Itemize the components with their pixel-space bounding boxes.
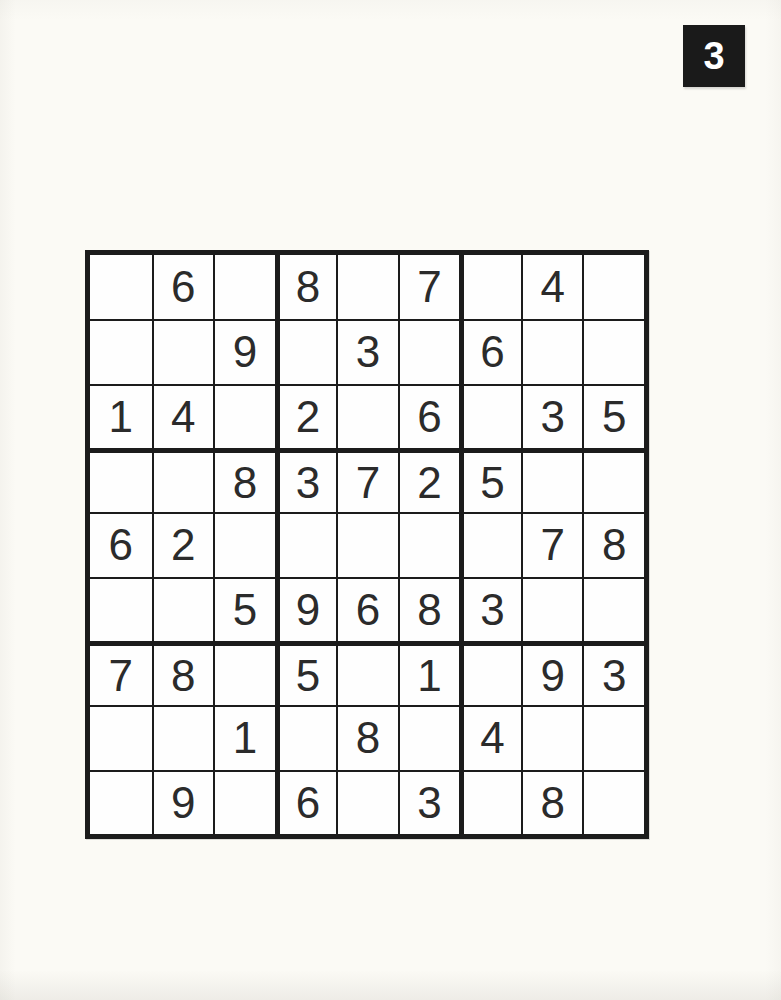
sudoku-cell-r8c5[interactable]: 8	[336, 705, 398, 769]
sudoku-cell-r3c9[interactable]: 5	[582, 384, 644, 448]
sudoku-cell-r8c1[interactable]	[90, 705, 152, 769]
sudoku-cell-r4c3[interactable]: 8	[213, 448, 275, 512]
sudoku-cell-r1c4[interactable]: 8	[275, 255, 337, 319]
sudoku-cell-r3c3[interactable]	[213, 384, 275, 448]
sudoku-cell-r5c6[interactable]	[398, 512, 460, 576]
sudoku-cell-r7c8[interactable]: 9	[521, 641, 583, 705]
sudoku-cell-r7c6[interactable]: 1	[398, 641, 460, 705]
sudoku-cell-r7c7[interactable]	[459, 641, 521, 705]
sudoku-cell-r5c9[interactable]: 8	[582, 512, 644, 576]
sudoku-cell-r2c5[interactable]: 3	[336, 319, 398, 383]
sudoku-cell-r3c5[interactable]	[336, 384, 398, 448]
sudoku-cell-r3c8[interactable]: 3	[521, 384, 583, 448]
sudoku-cell-r6c2[interactable]	[152, 577, 214, 641]
sudoku-cell-r5c7[interactable]	[459, 512, 521, 576]
sudoku-cell-r1c5[interactable]	[336, 255, 398, 319]
sudoku-cell-r6c3[interactable]: 5	[213, 577, 275, 641]
sudoku-cell-r6c1[interactable]	[90, 577, 152, 641]
sudoku-cell-r4c1[interactable]	[90, 448, 152, 512]
sudoku-cell-r9c3[interactable]	[213, 770, 275, 834]
sudoku-cell-r8c8[interactable]	[521, 705, 583, 769]
sudoku-cell-r2c1[interactable]	[90, 319, 152, 383]
sudoku-cell-r1c6[interactable]: 7	[398, 255, 460, 319]
sudoku-cell-r1c1[interactable]	[90, 255, 152, 319]
sudoku-cell-r5c8[interactable]: 7	[521, 512, 583, 576]
sudoku-cell-r9c5[interactable]	[336, 770, 398, 834]
sudoku-cell-r4c8[interactable]	[521, 448, 583, 512]
sudoku-cell-r5c1[interactable]: 6	[90, 512, 152, 576]
sudoku-cell-r2c9[interactable]	[582, 319, 644, 383]
puzzle-number: 3	[703, 35, 724, 78]
sudoku-cell-r9c7[interactable]	[459, 770, 521, 834]
sudoku-cell-r2c2[interactable]	[152, 319, 214, 383]
sudoku-cell-r2c8[interactable]	[521, 319, 583, 383]
sudoku-cell-r7c1[interactable]: 7	[90, 641, 152, 705]
sudoku-cell-r8c4[interactable]	[275, 705, 337, 769]
sudoku-cell-r9c9[interactable]	[582, 770, 644, 834]
sudoku-cell-r7c2[interactable]: 8	[152, 641, 214, 705]
sudoku-cell-r6c8[interactable]	[521, 577, 583, 641]
sudoku-cell-r7c9[interactable]: 3	[582, 641, 644, 705]
sudoku-cell-r6c9[interactable]	[582, 577, 644, 641]
sudoku-cell-r5c5[interactable]	[336, 512, 398, 576]
sudoku-cell-r4c9[interactable]	[582, 448, 644, 512]
sudoku-cell-r4c2[interactable]	[152, 448, 214, 512]
sudoku-cell-r8c7[interactable]: 4	[459, 705, 521, 769]
sudoku-cell-r8c2[interactable]	[152, 705, 214, 769]
sudoku-cell-r2c7[interactable]: 6	[459, 319, 521, 383]
sudoku-cell-r4c4[interactable]: 3	[275, 448, 337, 512]
sudoku-cell-r6c5[interactable]: 6	[336, 577, 398, 641]
sudoku-cell-r9c8[interactable]: 8	[521, 770, 583, 834]
sudoku-cell-r2c3[interactable]: 9	[213, 319, 275, 383]
sudoku-cell-r1c3[interactable]	[213, 255, 275, 319]
sudoku-cell-r8c6[interactable]	[398, 705, 460, 769]
sudoku-board: 6874936142635837256278596837851931849638	[85, 250, 649, 839]
sudoku-cell-r6c4[interactable]: 9	[275, 577, 337, 641]
sudoku-cell-r7c5[interactable]	[336, 641, 398, 705]
sudoku-cell-r9c2[interactable]: 9	[152, 770, 214, 834]
sudoku-cell-r7c4[interactable]: 5	[275, 641, 337, 705]
sudoku-cell-r9c1[interactable]	[90, 770, 152, 834]
sudoku-cell-r1c2[interactable]: 6	[152, 255, 214, 319]
sudoku-cell-r5c4[interactable]	[275, 512, 337, 576]
sudoku-cell-r4c7[interactable]: 5	[459, 448, 521, 512]
puzzle-number-badge: 3	[683, 25, 745, 87]
sudoku-cell-r4c5[interactable]: 7	[336, 448, 398, 512]
sudoku-cell-r9c4[interactable]: 6	[275, 770, 337, 834]
sudoku-cell-r2c4[interactable]	[275, 319, 337, 383]
sudoku-cell-r7c3[interactable]	[213, 641, 275, 705]
sudoku-cell-r3c6[interactable]: 6	[398, 384, 460, 448]
sudoku-cell-r3c4[interactable]: 2	[275, 384, 337, 448]
sudoku-cell-r4c6[interactable]: 2	[398, 448, 460, 512]
sudoku-cell-r3c1[interactable]: 1	[90, 384, 152, 448]
sudoku-cell-r6c6[interactable]: 8	[398, 577, 460, 641]
sudoku-cell-r3c7[interactable]	[459, 384, 521, 448]
sudoku-cell-r3c2[interactable]: 4	[152, 384, 214, 448]
sudoku-cell-r8c3[interactable]: 1	[213, 705, 275, 769]
sudoku-cell-r1c7[interactable]	[459, 255, 521, 319]
sudoku-cell-r1c9[interactable]	[582, 255, 644, 319]
sudoku-cell-r1c8[interactable]: 4	[521, 255, 583, 319]
sudoku-cell-r8c9[interactable]	[582, 705, 644, 769]
sudoku-cell-r2c6[interactable]	[398, 319, 460, 383]
sudoku-cell-r5c3[interactable]	[213, 512, 275, 576]
sudoku-cell-r9c6[interactable]: 3	[398, 770, 460, 834]
sudoku-cell-r5c2[interactable]: 2	[152, 512, 214, 576]
sudoku-cell-r6c7[interactable]: 3	[459, 577, 521, 641]
